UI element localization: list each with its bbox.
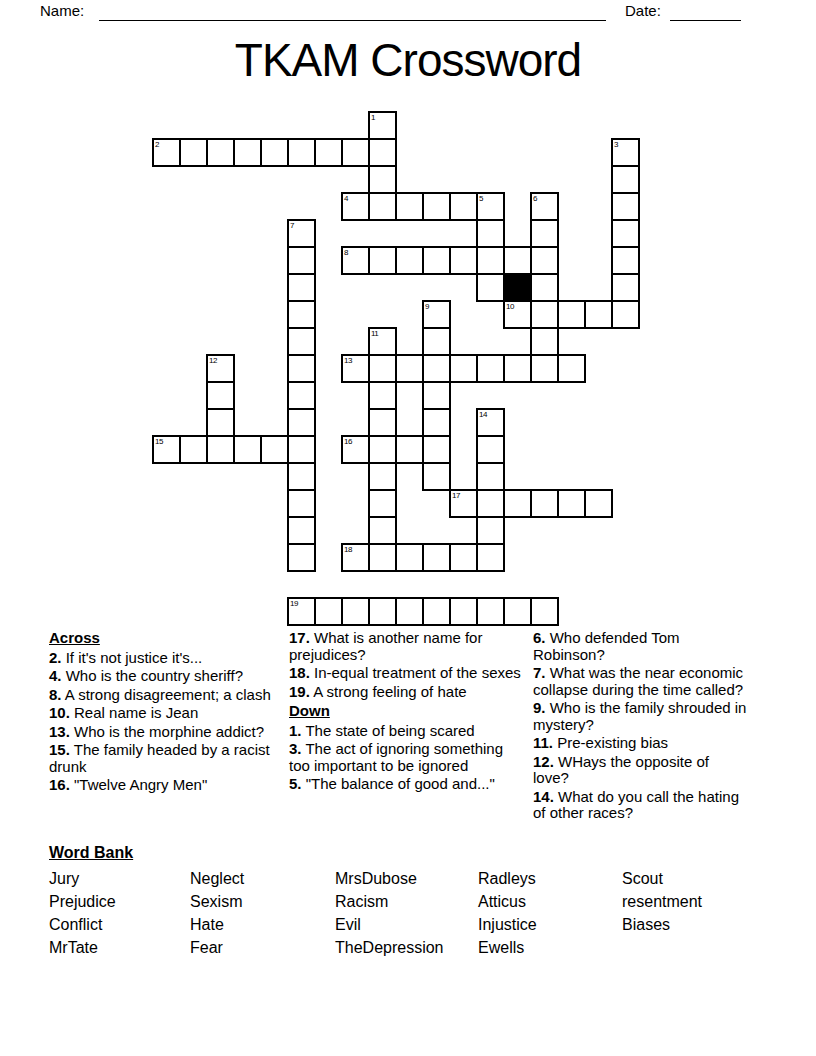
grid-cell-r3c10[interactable] <box>422 192 451 221</box>
grid-cell-r1c3[interactable] <box>233 138 262 167</box>
grid-cell-r14c8[interactable] <box>368 489 397 518</box>
grid-cell-r9c5[interactable] <box>287 354 316 383</box>
worksheet-page: Name: Date: TKAM Crossword 1234567891011… <box>0 0 816 1056</box>
clue-down-11: 11. Pre-existing bias <box>533 735 747 752</box>
grid-cell-r6c12[interactable] <box>476 273 505 302</box>
grid-cell-r1c2[interactable] <box>206 138 235 167</box>
name-label: Name: <box>40 2 84 19</box>
grid-cell-r5c5[interactable] <box>287 246 316 275</box>
grid-cell-r3c11[interactable] <box>449 192 478 221</box>
clue-across-19: 19. A strong feeling of hate <box>289 684 525 701</box>
grid-cell-r3c7[interactable]: 4 <box>341 192 370 221</box>
clue-across-16: 16. "Twelve Angry Men" <box>49 777 277 794</box>
clue-across-10: 10. Real name is Jean <box>49 705 277 722</box>
clue-number-6: 6 <box>533 194 537 203</box>
grid-cell-r10c8[interactable] <box>368 381 397 410</box>
grid-cell-r14c13[interactable] <box>503 489 532 518</box>
grid-cell-r7c15[interactable] <box>557 300 586 329</box>
word-bank-item-Conflict: Conflict <box>49 915 190 938</box>
down-header: Down <box>289 703 525 720</box>
clue-down-14: 14. What do you call the hating of other… <box>533 789 747 822</box>
clue-number-19: 19 <box>290 599 298 608</box>
grid-cell-r1c8[interactable] <box>368 138 397 167</box>
grid-cell-r9c9[interactable] <box>395 354 424 383</box>
page-title: TKAM Crossword <box>0 34 816 87</box>
word-bank-item-Fear: Fear <box>190 938 335 961</box>
grid-cell-r5c14[interactable] <box>530 246 559 275</box>
grid-cell-r3c9[interactable] <box>395 192 424 221</box>
grid-cell-r8c10[interactable] <box>422 327 451 356</box>
grid-cell-r9c10[interactable] <box>422 354 451 383</box>
word-bank-item-Prejudice: Prejudice <box>49 892 190 915</box>
word-bank-item-Hate: Hate <box>190 915 335 938</box>
across-clue-list-part1: 2. If it's not justice it's...4. Who is … <box>49 650 277 794</box>
word-bank-item-MrTate: MrTate <box>49 938 190 961</box>
grid-cell-r10c10[interactable] <box>422 381 451 410</box>
grid-cell-r12c5[interactable] <box>287 435 316 464</box>
grid-cell-r3c8[interactable] <box>368 192 397 221</box>
across-header: Across <box>49 630 277 647</box>
grid-cell-r11c8[interactable] <box>368 408 397 437</box>
grid-cell-r12c3[interactable] <box>233 435 262 464</box>
grid-cell-r15c8[interactable] <box>368 516 397 545</box>
word-bank-item-Racism: Racism <box>335 892 478 915</box>
grid-cell-r0c8[interactable]: 1 <box>368 111 397 140</box>
clue-number-1: 1 <box>371 113 375 122</box>
clue-down-1: 1. The state of being scared <box>289 723 525 740</box>
clue-down-5: 5. "The balance of good and..." <box>289 776 525 793</box>
grid-cell-r18c12[interactable] <box>476 597 505 626</box>
word-bank-item-Scout: Scout <box>622 869 742 892</box>
grid-cell-r14c12[interactable] <box>476 489 505 518</box>
grid-cell-r12c10[interactable] <box>422 435 451 464</box>
clue-number-13: 13 <box>344 356 352 365</box>
word-bank-item-Biases: Biases <box>622 915 742 938</box>
grid-cell-r7c17[interactable] <box>611 300 640 329</box>
word-bank-item-Radleys: Radleys <box>478 869 622 892</box>
middle-clues-column: 17. What is another name for prejudices?… <box>289 630 525 795</box>
grid-cell-r16c5[interactable] <box>287 543 316 572</box>
grid-cell-r9c13[interactable] <box>503 354 532 383</box>
grid-cell-r12c2[interactable] <box>206 435 235 464</box>
grid-cell-r11c5[interactable] <box>287 408 316 437</box>
grid-cell-r5c7[interactable]: 8 <box>341 246 370 275</box>
grid-cell-r18c9[interactable] <box>395 597 424 626</box>
grid-cell-r15c12[interactable] <box>476 516 505 545</box>
clue-down-3: 3. The act of ignoring something too imp… <box>289 741 525 774</box>
grid-cell-r12c0[interactable]: 15 <box>152 435 181 464</box>
grid-cell-r8c5[interactable] <box>287 327 316 356</box>
grid-cell-r10c5[interactable] <box>287 381 316 410</box>
grid-cell-r16c12[interactable] <box>476 543 505 572</box>
grid-cell-r18c7[interactable] <box>341 597 370 626</box>
grid-cell-r9c11[interactable] <box>449 354 478 383</box>
clue-across-8: 8. A strong disagreement; a clash <box>49 687 277 704</box>
grid-cell-r14c11[interactable]: 17 <box>449 489 478 518</box>
grid-cell-r5c13[interactable] <box>503 246 532 275</box>
across-clue-list-part2: 17. What is another name for prejudices?… <box>289 630 525 700</box>
grid-cell-r16c10[interactable] <box>422 543 451 572</box>
grid-cell-r7c5[interactable] <box>287 300 316 329</box>
grid-cell-r5c11[interactable] <box>449 246 478 275</box>
grid-cell-r9c15[interactable] <box>557 354 586 383</box>
clue-number-14: 14 <box>479 410 487 419</box>
clue-number-10: 10 <box>506 302 514 311</box>
grid-cell-r6c5[interactable] <box>287 273 316 302</box>
grid-cell-r18c14[interactable] <box>530 597 559 626</box>
grid-cell-r13c5[interactable] <box>287 462 316 491</box>
grid-cell-r15c5[interactable] <box>287 516 316 545</box>
clue-across-13: 13. Who is the morphine addict? <box>49 724 277 741</box>
clue-down-9: 9. Who is the family shrouded in mystery… <box>533 700 747 733</box>
grid-cell-r5c10[interactable] <box>422 246 451 275</box>
word-bank-item-Evil: Evil <box>335 915 478 938</box>
grid-cell-r16c8[interactable] <box>368 543 397 572</box>
grid-cell-r16c9[interactable] <box>395 543 424 572</box>
date-label: Date: <box>625 2 661 19</box>
clue-across-18: 18. In-equal treatment of the sexes <box>289 665 525 682</box>
grid-cell-r1c0[interactable]: 2 <box>152 138 181 167</box>
grid-cell-r6c14[interactable] <box>530 273 559 302</box>
word-bank-item-Ewells: Ewells <box>478 938 622 961</box>
date-input-line[interactable] <box>670 3 741 21</box>
word-bank-item-resentment: resentment <box>622 892 742 915</box>
grid-cell-r5c8[interactable] <box>368 246 397 275</box>
grid-cell-r18c6[interactable] <box>314 597 343 626</box>
grid-cell-r3c17[interactable] <box>611 192 640 221</box>
grid-cell-r12c9[interactable] <box>395 435 424 464</box>
across-clues-column: Across 2. If it's not justice it's...4. … <box>49 630 277 796</box>
grid-cell-r13c12[interactable] <box>476 462 505 491</box>
black-cell-r6c13 <box>503 273 532 302</box>
word-bank-section: Word Bank JuryNeglectMrsDuboseRadleysSco… <box>49 844 769 961</box>
clue-number-4: 4 <box>344 194 348 203</box>
clue-number-16: 16 <box>344 437 352 446</box>
grid-cell-r18c13[interactable] <box>503 597 532 626</box>
clue-across-2: 2. If it's not justice it's... <box>49 650 277 667</box>
grid-cell-r18c11[interactable] <box>449 597 478 626</box>
grid-cell-r7c10[interactable]: 9 <box>422 300 451 329</box>
clue-number-11: 11 <box>371 329 378 338</box>
grid-cell-r13c10[interactable] <box>422 462 451 491</box>
word-bank-grid: JuryNeglectMrsDuboseRadleysScoutPrejudic… <box>49 869 769 961</box>
grid-cell-r9c12[interactable] <box>476 354 505 383</box>
grid-cell-r11c2[interactable] <box>206 408 235 437</box>
grid-cell-r14c14[interactable] <box>530 489 559 518</box>
crossword-grid[interactable]: 12345678910111213141516171819 <box>152 111 640 626</box>
down-clue-list-part2: 6. Who defended Tom Robinson?7. What was… <box>533 630 747 822</box>
clue-down-6: 6. Who defended Tom Robinson? <box>533 630 747 663</box>
grid-cell-r1c4[interactable] <box>260 138 289 167</box>
grid-cell-r16c7[interactable]: 18 <box>341 543 370 572</box>
grid-cell-r1c6[interactable] <box>314 138 343 167</box>
word-bank-header: Word Bank <box>49 844 769 862</box>
grid-cell-r7c14[interactable] <box>530 300 559 329</box>
name-input-line[interactable] <box>99 3 606 21</box>
grid-cell-r3c12[interactable]: 5 <box>476 192 505 221</box>
grid-cell-r10c2[interactable] <box>206 381 235 410</box>
down-clue-list-part1: 1. The state of being scared3. The act o… <box>289 723 525 793</box>
grid-cell-r9c8[interactable] <box>368 354 397 383</box>
clue-number-15: 15 <box>155 437 163 446</box>
word-bank-empty-slot <box>622 938 742 961</box>
grid-cell-r13c8[interactable] <box>368 462 397 491</box>
grid-cell-r2c17[interactable] <box>611 165 640 194</box>
clue-down-12: 12. WHays the opposite of love? <box>533 754 747 787</box>
clue-down-7: 7. What was the near economic collapse d… <box>533 665 747 698</box>
grid-cell-r11c10[interactable] <box>422 408 451 437</box>
word-bank-item-Injustice: Injustice <box>478 915 622 938</box>
word-bank-item-TheDepression: TheDepression <box>335 938 478 961</box>
grid-cell-r12c7[interactable]: 16 <box>341 435 370 464</box>
grid-cell-r12c4[interactable] <box>260 435 289 464</box>
grid-cell-r18c8[interactable] <box>368 597 397 626</box>
grid-cell-r8c14[interactable] <box>530 327 559 356</box>
grid-cell-r7c13[interactable]: 10 <box>503 300 532 329</box>
clue-number-9: 9 <box>425 302 429 311</box>
grid-cell-r11c12[interactable]: 14 <box>476 408 505 437</box>
down-clues-column: 6. Who defended Tom Robinson?7. What was… <box>533 630 747 824</box>
clue-number-18: 18 <box>344 545 352 554</box>
grid-cell-r1c17[interactable]: 3 <box>611 138 640 167</box>
grid-cell-r1c7[interactable] <box>341 138 370 167</box>
grid-cell-r4c17[interactable] <box>611 219 640 248</box>
grid-cell-r12c12[interactable] <box>476 435 505 464</box>
clue-number-8: 8 <box>344 248 348 257</box>
word-bank-item-MrsDubose: MrsDubose <box>335 869 478 892</box>
grid-cell-r14c15[interactable] <box>557 489 586 518</box>
grid-cell-r4c14[interactable] <box>530 219 559 248</box>
grid-cell-r5c9[interactable] <box>395 246 424 275</box>
clue-across-17: 17. What is another name for prejudices? <box>289 630 525 663</box>
grid-cell-r16c11[interactable] <box>449 543 478 572</box>
grid-cell-r5c17[interactable] <box>611 246 640 275</box>
clue-number-2: 2 <box>155 140 159 149</box>
word-bank-item-Neglect: Neglect <box>190 869 335 892</box>
word-bank-item-Atticus: Atticus <box>478 892 622 915</box>
grid-cell-r7c16[interactable] <box>584 300 613 329</box>
grid-cell-r4c5[interactable]: 7 <box>287 219 316 248</box>
grid-cell-r12c8[interactable] <box>368 435 397 464</box>
grid-cell-r9c2[interactable]: 12 <box>206 354 235 383</box>
clue-across-4: 4. Who is the country sheriff? <box>49 668 277 685</box>
grid-cell-r6c17[interactable] <box>611 273 640 302</box>
grid-cell-r8c8[interactable]: 11 <box>368 327 397 356</box>
grid-cell-r5c12[interactable] <box>476 246 505 275</box>
word-bank-item-Jury: Jury <box>49 869 190 892</box>
grid-cell-r9c7[interactable]: 13 <box>341 354 370 383</box>
clue-number-7: 7 <box>290 221 294 230</box>
grid-cell-r18c10[interactable] <box>422 597 451 626</box>
grid-cell-r9c14[interactable] <box>530 354 559 383</box>
clue-across-15: 15. The family headed by a racist drunk <box>49 742 277 775</box>
clue-number-12: 12 <box>209 356 217 365</box>
grid-cell-r18c5[interactable]: 19 <box>287 597 316 626</box>
grid-cell-r1c1[interactable] <box>179 138 208 167</box>
grid-cell-r2c8[interactable] <box>368 165 397 194</box>
clue-number-3: 3 <box>614 140 618 149</box>
clue-number-5: 5 <box>479 194 483 203</box>
clue-number-17: 17 <box>452 491 460 500</box>
word-bank-item-Sexism: Sexism <box>190 892 335 915</box>
grid-cell-r14c16[interactable] <box>584 489 613 518</box>
grid-cell-r3c14[interactable]: 6 <box>530 192 559 221</box>
grid-cell-r1c5[interactable] <box>287 138 316 167</box>
grid-cell-r4c12[interactable] <box>476 219 505 248</box>
grid-cell-r12c1[interactable] <box>179 435 208 464</box>
grid-cell-r14c5[interactable] <box>287 489 316 518</box>
